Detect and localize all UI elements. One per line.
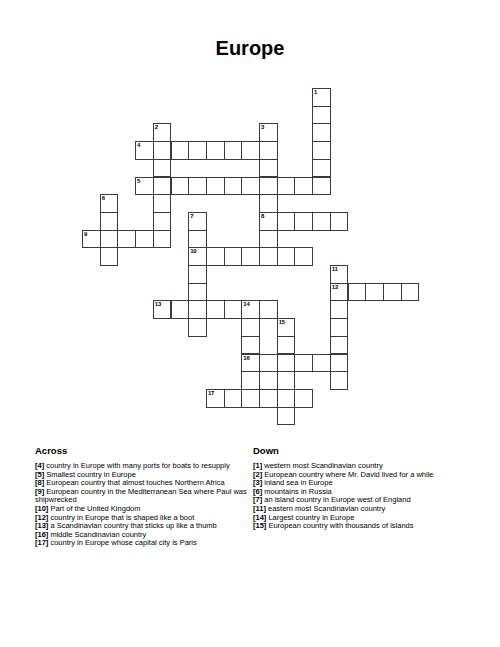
grid-cell[interactable] xyxy=(206,247,225,266)
grid-cell[interactable] xyxy=(259,141,278,160)
clue-item: [9] European country in the Mediterranea… xyxy=(35,488,252,505)
crossword-grid: 1234567891011121314151617 xyxy=(82,88,420,426)
clue-number: 6 xyxy=(102,195,105,202)
grid-cell[interactable] xyxy=(241,318,260,337)
clue-number: 7 xyxy=(190,213,193,220)
grid-cell[interactable] xyxy=(277,407,296,426)
grid-cell[interactable] xyxy=(277,247,296,266)
grid-cell[interactable] xyxy=(206,141,225,160)
clue-item: [17] country in Europe whose capital cit… xyxy=(35,539,252,548)
grid-cell[interactable] xyxy=(259,300,278,319)
clue-number: 14 xyxy=(243,301,249,308)
grid-cell[interactable] xyxy=(241,141,260,160)
across-clue-list: [4] country in Europe with many ports fo… xyxy=(35,462,252,548)
grid-cell[interactable]: 14 xyxy=(241,300,260,319)
grid-cell[interactable]: 12 xyxy=(330,283,349,302)
grid-cell[interactable] xyxy=(224,247,243,266)
grid-cell[interactable]: 5 xyxy=(135,177,154,196)
clue-number: 11 xyxy=(332,266,338,273)
grid-cell[interactable]: 4 xyxy=(135,141,154,160)
grid-cell[interactable] xyxy=(259,389,278,408)
grid-cell[interactable] xyxy=(206,177,225,196)
grid-cell[interactable] xyxy=(241,371,260,390)
grid-cell[interactable]: 9 xyxy=(82,230,101,249)
crossword-worksheet: Europe 1234567891011121314151617 Across … xyxy=(0,0,500,647)
clue-item-text: European country with thousands of islan… xyxy=(268,521,413,530)
grid-cell[interactable] xyxy=(100,212,119,231)
grid-cell[interactable] xyxy=(224,177,243,196)
grid-cell[interactable] xyxy=(401,283,420,302)
grid-cell[interactable] xyxy=(312,106,331,125)
grid-cell[interactable] xyxy=(171,177,190,196)
grid-cell[interactable] xyxy=(330,354,349,373)
clue-number: 8 xyxy=(261,213,264,220)
grid-cell[interactable] xyxy=(259,230,278,249)
grid-cell[interactable] xyxy=(294,389,313,408)
grid-cell[interactable] xyxy=(171,300,190,319)
grid-cell[interactable] xyxy=(241,389,260,408)
grid-cell[interactable]: 3 xyxy=(259,123,278,142)
grid-cell[interactable] xyxy=(312,141,331,160)
grid-cell[interactable] xyxy=(277,336,296,355)
clue-number: 5 xyxy=(137,178,140,185)
clue-item-number: [15] xyxy=(253,521,268,530)
grid-cell[interactable] xyxy=(171,141,190,160)
grid-cell[interactable]: 16 xyxy=(241,354,260,373)
page-title: Europe xyxy=(0,37,500,59)
grid-cell[interactable] xyxy=(294,247,313,266)
grid-cell[interactable] xyxy=(294,212,313,231)
clue-number: 1 xyxy=(314,89,317,96)
grid-cell[interactable] xyxy=(188,283,207,302)
grid-cell[interactable] xyxy=(312,159,331,178)
clue-number: 10 xyxy=(190,248,196,255)
grid-cell[interactable] xyxy=(241,336,260,355)
clue-number: 12 xyxy=(332,284,338,291)
clue-number: 15 xyxy=(279,319,285,326)
grid-cell[interactable] xyxy=(330,300,349,319)
grid-cell[interactable] xyxy=(330,212,349,231)
grid-cell[interactable] xyxy=(153,230,172,249)
grid-cell[interactable]: 6 xyxy=(100,194,119,213)
grid-cell[interactable] xyxy=(330,336,349,355)
grid-cell[interactable] xyxy=(277,177,296,196)
grid-cell[interactable] xyxy=(330,371,349,390)
grid-cell[interactable] xyxy=(259,354,278,373)
grid-cell[interactable] xyxy=(277,389,296,408)
grid-cell[interactable] xyxy=(100,230,119,249)
clue-item-text: European country in the Mediterranean Se… xyxy=(35,487,247,505)
grid-cell[interactable] xyxy=(312,123,331,142)
grid-cell[interactable] xyxy=(383,283,402,302)
grid-cell[interactable] xyxy=(277,354,296,373)
grid-cell[interactable] xyxy=(117,230,136,249)
grid-cell[interactable] xyxy=(153,159,172,178)
down-header: Down xyxy=(253,445,468,456)
grid-cell[interactable] xyxy=(241,177,260,196)
grid-cell[interactable]: 17 xyxy=(206,389,225,408)
clue-number: 9 xyxy=(84,231,87,238)
grid-cell[interactable] xyxy=(188,300,207,319)
across-header: Across xyxy=(35,445,252,456)
grid-cell[interactable] xyxy=(348,283,367,302)
grid-cell[interactable] xyxy=(312,354,331,373)
across-clues-section: Across [4] country in Europe with many p… xyxy=(35,445,252,548)
grid-cell[interactable] xyxy=(241,247,260,266)
grid-cell[interactable] xyxy=(259,247,278,266)
grid-cell[interactable] xyxy=(188,318,207,337)
grid-cell[interactable] xyxy=(153,194,172,213)
clue-number: 4 xyxy=(137,142,140,149)
grid-cell[interactable] xyxy=(135,230,154,249)
grid-cell[interactable]: 7 xyxy=(188,212,207,231)
clue-item-number: [17] xyxy=(35,538,50,547)
grid-cell[interactable] xyxy=(294,177,313,196)
grid-cell[interactable] xyxy=(100,247,119,266)
grid-cell[interactable]: 13 xyxy=(153,300,172,319)
grid-cell[interactable]: 2 xyxy=(153,123,172,142)
grid-cell[interactable]: 15 xyxy=(277,318,296,337)
grid-cell[interactable] xyxy=(153,141,172,160)
grid-cell[interactable] xyxy=(259,194,278,213)
grid-cell[interactable] xyxy=(277,212,296,231)
grid-cell[interactable] xyxy=(365,283,384,302)
grid-cell[interactable] xyxy=(259,159,278,178)
clue-number: 3 xyxy=(261,124,264,131)
grid-cell[interactable] xyxy=(259,177,278,196)
grid-cell[interactable] xyxy=(312,177,331,196)
clue-number: 17 xyxy=(208,390,214,397)
grid-cell[interactable]: 10 xyxy=(188,247,207,266)
grid-cell[interactable] xyxy=(312,212,331,231)
down-clues-section: Down [1] western most Scandinavian count… xyxy=(253,445,468,531)
grid-cell[interactable] xyxy=(188,230,207,249)
grid-cell[interactable] xyxy=(224,141,243,160)
clue-number: 2 xyxy=(155,124,158,131)
grid-cell[interactable] xyxy=(153,212,172,231)
down-clue-list: [1] western most Scandinavian country[2]… xyxy=(253,462,468,531)
grid-cell[interactable] xyxy=(206,300,225,319)
grid-cell[interactable] xyxy=(153,177,172,196)
grid-cell[interactable] xyxy=(277,371,296,390)
clue-item-text: country in Europe whose capital city is … xyxy=(50,538,196,547)
clue-number: 16 xyxy=(243,355,249,362)
clue-number: 13 xyxy=(155,301,161,308)
clue-item: [15] European country with thousands of … xyxy=(253,522,468,531)
grid-cell[interactable] xyxy=(330,318,349,337)
grid-cell[interactable]: 1 xyxy=(312,88,331,107)
grid-cell[interactable] xyxy=(188,265,207,284)
grid-cell[interactable] xyxy=(224,300,243,319)
grid-cell[interactable] xyxy=(224,389,243,408)
grid-cell[interactable]: 11 xyxy=(330,265,349,284)
grid-cell[interactable] xyxy=(188,141,207,160)
grid-cell[interactable] xyxy=(188,177,207,196)
grid-cell[interactable] xyxy=(294,354,313,373)
grid-cell[interactable]: 8 xyxy=(259,212,278,231)
